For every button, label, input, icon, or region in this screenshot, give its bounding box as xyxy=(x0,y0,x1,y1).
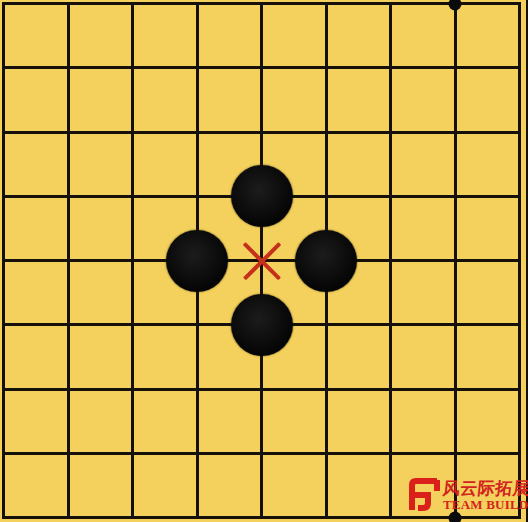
board-cell[interactable] xyxy=(131,323,196,387)
board-cell[interactable] xyxy=(325,131,390,195)
star-point xyxy=(449,511,462,522)
board-cell[interactable] xyxy=(131,452,196,516)
board-cell[interactable] xyxy=(389,131,454,195)
board-cell[interactable] xyxy=(325,66,390,130)
team-building-logo: 风云际拓展 TEAM BUILDING xyxy=(407,476,528,512)
board-cell[interactable] xyxy=(389,66,454,130)
board-cell[interactable] xyxy=(325,323,390,387)
board-cell[interactable] xyxy=(67,2,132,66)
logo-text: 风云际拓展 TEAM BUILDING xyxy=(443,476,528,512)
board-cell[interactable] xyxy=(454,66,519,130)
board-cell[interactable] xyxy=(67,131,132,195)
board-cell[interactable] xyxy=(260,452,325,516)
board-cell[interactable] xyxy=(2,452,67,516)
board-cell[interactable] xyxy=(67,66,132,130)
black-stone xyxy=(295,230,357,292)
board-cell[interactable] xyxy=(325,388,390,452)
board-cell[interactable] xyxy=(2,259,67,323)
board-cell[interactable] xyxy=(131,2,196,66)
board-cell[interactable] xyxy=(67,195,132,259)
board-cell[interactable] xyxy=(389,2,454,66)
board-cell[interactable] xyxy=(2,323,67,387)
board-cell[interactable] xyxy=(454,388,519,452)
board-cell[interactable] xyxy=(67,259,132,323)
board-cell[interactable] xyxy=(67,452,132,516)
fy-logo-icon xyxy=(407,476,440,512)
board-cell[interactable] xyxy=(2,66,67,130)
board-cell[interactable] xyxy=(196,388,261,452)
board-cell[interactable] xyxy=(196,452,261,516)
board-cell[interactable] xyxy=(454,195,519,259)
board-cell[interactable] xyxy=(2,131,67,195)
board-cell[interactable] xyxy=(454,131,519,195)
board-cell[interactable] xyxy=(454,259,519,323)
board-cell[interactable] xyxy=(260,66,325,130)
x-marker xyxy=(237,236,287,286)
board-cell[interactable] xyxy=(131,131,196,195)
board-cell[interactable] xyxy=(2,388,67,452)
board-cell[interactable] xyxy=(131,388,196,452)
board-cell[interactable] xyxy=(67,388,132,452)
board-cell[interactable] xyxy=(389,323,454,387)
board-cell[interactable] xyxy=(196,2,261,66)
board-cell[interactable] xyxy=(260,2,325,66)
board-cell[interactable] xyxy=(260,388,325,452)
board-cell[interactable] xyxy=(389,259,454,323)
board-cell[interactable] xyxy=(389,388,454,452)
board-cell[interactable] xyxy=(325,2,390,66)
board-cell[interactable] xyxy=(454,2,519,66)
logo-chinese-text: 风云际拓展 xyxy=(442,478,528,498)
board-cell[interactable] xyxy=(2,2,67,66)
board-cell[interactable] xyxy=(454,323,519,387)
board-cell[interactable] xyxy=(131,66,196,130)
board-cell[interactable] xyxy=(389,195,454,259)
black-stone xyxy=(231,165,293,227)
black-stone xyxy=(231,294,293,356)
board-cell[interactable] xyxy=(2,195,67,259)
black-stone xyxy=(166,230,228,292)
board-cell[interactable] xyxy=(325,452,390,516)
board-cell[interactable] xyxy=(196,66,261,130)
board-cell[interactable] xyxy=(67,323,132,387)
logo-english-text: TEAM BUILDING xyxy=(443,498,528,511)
go-board-diagram: 风云际拓展 TEAM BUILDING xyxy=(0,0,528,522)
